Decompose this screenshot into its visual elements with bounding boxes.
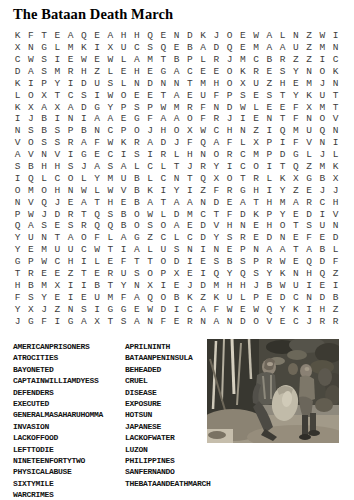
grid-cell[interactable]: R — [64, 208, 77, 220]
grid-cell[interactable]: I — [64, 78, 77, 90]
grid-cell[interactable]: Z — [289, 54, 302, 66]
grid-cell[interactable]: M — [104, 173, 117, 185]
grid-cell[interactable]: B — [316, 173, 329, 185]
grid-cell[interactable]: F — [144, 113, 157, 125]
grid-cell[interactable]: I — [316, 54, 329, 66]
grid-cell[interactable]: T — [104, 280, 117, 292]
grid-cell[interactable]: R — [223, 149, 236, 161]
grid-cell[interactable]: W — [104, 89, 117, 101]
grid-cell[interactable]: Z — [144, 232, 157, 244]
grid-cell[interactable]: I — [77, 113, 90, 125]
grid-cell[interactable]: H — [130, 66, 143, 78]
grid-cell[interactable]: A — [170, 196, 183, 208]
grid-cell[interactable]: F — [117, 256, 130, 268]
grid-cell[interactable]: O — [223, 78, 236, 90]
grid-cell[interactable]: A — [183, 196, 196, 208]
grid-cell[interactable]: Y — [276, 185, 289, 197]
grid-cell[interactable]: S — [38, 54, 51, 66]
grid-cell[interactable]: I — [77, 280, 90, 292]
grid-cell[interactable]: C — [51, 256, 64, 268]
grid-cell[interactable]: F — [91, 232, 104, 244]
grid-cell[interactable]: F — [223, 208, 236, 220]
grid-cell[interactable]: L — [170, 149, 183, 161]
grid-cell[interactable]: L — [157, 161, 170, 173]
grid-cell[interactable]: D — [144, 78, 157, 90]
grid-cell[interactable]: M — [38, 280, 51, 292]
grid-cell[interactable]: F — [197, 113, 210, 125]
grid-cell[interactable]: N — [38, 232, 51, 244]
grid-cell[interactable]: S — [276, 66, 289, 78]
grid-cell[interactable]: O — [316, 113, 329, 125]
grid-cell[interactable]: V — [210, 220, 223, 232]
grid-cell[interactable]: A — [289, 196, 302, 208]
grid-cell[interactable]: A — [91, 113, 104, 125]
grid-cell[interactable]: D — [263, 232, 276, 244]
grid-cell[interactable]: A — [91, 161, 104, 173]
grid-cell[interactable]: H — [11, 280, 24, 292]
grid-cell[interactable]: D — [210, 196, 223, 208]
grid-cell[interactable]: S — [104, 78, 117, 90]
grid-cell[interactable]: K — [250, 208, 263, 220]
grid-cell[interactable]: M — [316, 101, 329, 113]
grid-cell[interactable]: T — [130, 256, 143, 268]
grid-cell[interactable]: J — [223, 54, 236, 66]
grid-cell[interactable]: P — [223, 89, 236, 101]
grid-cell[interactable]: N — [11, 196, 24, 208]
grid-cell[interactable]: J — [51, 196, 64, 208]
grid-cell[interactable]: R — [104, 268, 117, 280]
grid-cell[interactable]: O — [223, 173, 236, 185]
grid-cell[interactable]: U — [316, 220, 329, 232]
grid-cell[interactable]: O — [64, 173, 77, 185]
grid-cell[interactable]: L — [104, 232, 117, 244]
grid-cell[interactable]: G — [24, 315, 37, 327]
grid-cell[interactable]: S — [38, 220, 51, 232]
grid-cell[interactable]: O — [11, 185, 24, 197]
grid-cell[interactable]: M — [144, 54, 157, 66]
grid-cell[interactable]: N — [64, 185, 77, 197]
grid-cell[interactable]: A — [24, 66, 37, 78]
grid-cell[interactable]: Y — [223, 268, 236, 280]
grid-cell[interactable]: D — [236, 315, 249, 327]
grid-cell[interactable]: S — [51, 137, 64, 149]
grid-cell[interactable]: E — [183, 268, 196, 280]
grid-cell[interactable]: I — [263, 185, 276, 197]
grid-cell[interactable]: I — [183, 256, 196, 268]
grid-cell[interactable]: W — [197, 125, 210, 137]
grid-cell[interactable]: Q — [276, 125, 289, 137]
grid-cell[interactable]: H — [223, 280, 236, 292]
grid-cell[interactable]: F — [289, 113, 302, 125]
grid-cell[interactable]: H — [223, 220, 236, 232]
grid-cell[interactable]: E — [289, 208, 302, 220]
grid-cell[interactable]: W — [77, 185, 90, 197]
grid-cell[interactable]: J — [210, 30, 223, 42]
grid-cell[interactable]: E — [24, 244, 37, 256]
grid-cell[interactable]: I — [51, 54, 64, 66]
grid-cell[interactable]: R — [64, 66, 77, 78]
grid-cell[interactable]: R — [303, 196, 316, 208]
grid-cell[interactable]: Q — [210, 268, 223, 280]
grid-cell[interactable]: E — [51, 30, 64, 42]
grid-cell[interactable]: W — [24, 208, 37, 220]
grid-cell[interactable]: B — [263, 280, 276, 292]
grid-cell[interactable]: R — [210, 113, 223, 125]
grid-cell[interactable]: Y — [11, 244, 24, 256]
grid-cell[interactable]: X — [210, 173, 223, 185]
grid-cell[interactable]: W — [250, 30, 263, 42]
grid-cell[interactable]: Q — [197, 137, 210, 149]
grid-cell[interactable]: E — [144, 89, 157, 101]
grid-cell[interactable]: S — [263, 89, 276, 101]
grid-cell[interactable]: N — [329, 42, 342, 54]
grid-cell[interactable]: B — [38, 125, 51, 137]
grid-cell[interactable]: E — [183, 220, 196, 232]
grid-cell[interactable]: Y — [51, 78, 64, 90]
grid-cell[interactable]: C — [236, 149, 249, 161]
grid-cell[interactable]: T — [104, 244, 117, 256]
grid-cell[interactable]: L — [250, 101, 263, 113]
grid-cell[interactable]: U — [316, 89, 329, 101]
grid-cell[interactable]: R — [64, 137, 77, 149]
grid-cell[interactable]: E — [51, 292, 64, 304]
grid-cell[interactable]: Q — [197, 173, 210, 185]
grid-cell[interactable]: V — [263, 315, 276, 327]
grid-cell[interactable]: H — [263, 196, 276, 208]
grid-cell[interactable]: C — [183, 232, 196, 244]
grid-cell[interactable]: L — [329, 244, 342, 256]
grid-cell[interactable]: H — [250, 185, 263, 197]
grid-cell[interactable]: H — [104, 196, 117, 208]
grid-cell[interactable]: P — [263, 137, 276, 149]
grid-cell[interactable]: P — [250, 292, 263, 304]
grid-cell[interactable]: Z — [91, 66, 104, 78]
grid-cell[interactable]: M — [104, 292, 117, 304]
grid-cell[interactable]: N — [24, 42, 37, 54]
grid-cell[interactable]: Z — [329, 268, 342, 280]
grid-cell[interactable]: N — [130, 280, 143, 292]
grid-cell[interactable]: E — [289, 232, 302, 244]
grid-cell[interactable]: V — [117, 185, 130, 197]
grid-cell[interactable]: G — [236, 185, 249, 197]
grid-cell[interactable]: Q — [104, 220, 117, 232]
grid-cell[interactable]: I — [223, 161, 236, 173]
grid-cell[interactable]: E — [51, 268, 64, 280]
grid-cell[interactable]: S — [236, 89, 249, 101]
grid-cell[interactable]: M — [316, 42, 329, 54]
grid-cell[interactable]: E — [117, 66, 130, 78]
grid-cell[interactable]: H — [276, 78, 289, 90]
grid-cell[interactable]: O — [223, 66, 236, 78]
grid-cell[interactable]: E — [170, 42, 183, 54]
grid-cell[interactable]: H — [223, 125, 236, 137]
grid-cell[interactable]: I — [64, 280, 77, 292]
grid-cell[interactable]: E — [91, 149, 104, 161]
grid-cell[interactable]: N — [170, 30, 183, 42]
grid-cell[interactable]: Z — [197, 292, 210, 304]
grid-cell[interactable]: F — [183, 137, 196, 149]
grid-cell[interactable]: M — [289, 125, 302, 137]
grid-cell[interactable]: I — [91, 89, 104, 101]
grid-cell[interactable]: R — [276, 54, 289, 66]
grid-cell[interactable]: O — [117, 89, 130, 101]
grid-cell[interactable]: Z — [64, 268, 77, 280]
grid-cell[interactable]: T — [276, 161, 289, 173]
grid-cell[interactable]: Q — [24, 173, 37, 185]
grid-cell[interactable]: L — [104, 66, 117, 78]
grid-cell[interactable]: I — [51, 315, 64, 327]
grid-cell[interactable]: D — [197, 280, 210, 292]
grid-cell[interactable]: E — [117, 196, 130, 208]
grid-cell[interactable]: Q — [91, 220, 104, 232]
grid-cell[interactable]: K — [276, 173, 289, 185]
grid-cell[interactable]: A — [263, 244, 276, 256]
grid-cell[interactable]: E — [130, 303, 143, 315]
grid-cell[interactable]: Y — [276, 208, 289, 220]
grid-cell[interactable]: E — [210, 66, 223, 78]
grid-cell[interactable]: N — [329, 78, 342, 90]
grid-cell[interactable]: B — [170, 54, 183, 66]
grid-cell[interactable]: X — [289, 173, 302, 185]
grid-cell[interactable]: X — [51, 101, 64, 113]
grid-cell[interactable]: E — [316, 280, 329, 292]
grid-cell[interactable]: D — [157, 303, 170, 315]
grid-cell[interactable]: O — [24, 137, 37, 149]
grid-cell[interactable]: U — [117, 268, 130, 280]
grid-cell[interactable]: E — [276, 315, 289, 327]
grid-cell[interactable]: O — [183, 113, 196, 125]
grid-cell[interactable]: B — [24, 280, 37, 292]
grid-cell[interactable]: X — [329, 173, 342, 185]
grid-cell[interactable]: S — [11, 161, 24, 173]
grid-cell[interactable]: U — [51, 244, 64, 256]
grid-cell[interactable]: K — [329, 161, 342, 173]
grid-cell[interactable]: W — [91, 244, 104, 256]
grid-cell[interactable]: A — [130, 292, 143, 304]
grid-cell[interactable]: A — [104, 113, 117, 125]
grid-cell[interactable]: C — [77, 244, 90, 256]
grid-cell[interactable]: D — [236, 208, 249, 220]
grid-cell[interactable]: I — [64, 292, 77, 304]
grid-cell[interactable]: K — [11, 30, 24, 42]
grid-cell[interactable]: A — [104, 30, 117, 42]
grid-cell[interactable]: U — [157, 244, 170, 256]
grid-cell[interactable]: M — [236, 54, 249, 66]
grid-cell[interactable]: Y — [117, 280, 130, 292]
grid-cell[interactable]: E — [64, 196, 77, 208]
grid-cell[interactable]: C — [64, 89, 77, 101]
grid-cell[interactable]: U — [303, 125, 316, 137]
grid-cell[interactable]: C — [316, 196, 329, 208]
grid-cell[interactable]: C — [51, 173, 64, 185]
grid-cell[interactable]: A — [144, 196, 157, 208]
grid-cell[interactable]: E — [51, 220, 64, 232]
grid-cell[interactable]: W — [276, 280, 289, 292]
grid-cell[interactable]: O — [170, 125, 183, 137]
grid-cell[interactable]: L — [157, 208, 170, 220]
grid-cell[interactable]: N — [289, 268, 302, 280]
grid-cell[interactable]: A — [64, 232, 77, 244]
grid-cell[interactable]: U — [64, 244, 77, 256]
grid-cell[interactable]: A — [144, 137, 157, 149]
grid-cell[interactable]: S — [236, 256, 249, 268]
grid-cell[interactable]: A — [24, 220, 37, 232]
grid-cell[interactable]: E — [303, 185, 316, 197]
grid-cell[interactable]: D — [51, 208, 64, 220]
grid-cell[interactable]: D — [223, 101, 236, 113]
grid-cell[interactable]: X — [24, 101, 37, 113]
grid-cell[interactable]: X — [91, 315, 104, 327]
grid-cell[interactable]: S — [144, 220, 157, 232]
grid-cell[interactable]: I — [144, 149, 157, 161]
grid-cell[interactable]: S — [303, 220, 316, 232]
grid-cell[interactable]: M — [276, 196, 289, 208]
grid-cell[interactable]: J — [316, 149, 329, 161]
grid-cell[interactable]: L — [236, 137, 249, 149]
grid-cell[interactable]: Z — [303, 30, 316, 42]
grid-cell[interactable]: B — [117, 220, 130, 232]
grid-cell[interactable]: F — [289, 137, 302, 149]
grid-cell[interactable]: J — [316, 185, 329, 197]
grid-cell[interactable]: A — [117, 161, 130, 173]
grid-cell[interactable]: I — [11, 173, 24, 185]
grid-cell[interactable]: V — [303, 137, 316, 149]
grid-cell[interactable]: U — [289, 42, 302, 54]
grid-cell[interactable]: L — [11, 89, 24, 101]
grid-cell[interactable]: L — [130, 161, 143, 173]
grid-cell[interactable]: S — [144, 42, 157, 54]
grid-cell[interactable]: N — [329, 220, 342, 232]
grid-cell[interactable]: O — [250, 315, 263, 327]
grid-cell[interactable]: H — [183, 149, 196, 161]
grid-cell[interactable]: J — [183, 161, 196, 173]
grid-cell[interactable]: K — [289, 303, 302, 315]
grid-cell[interactable]: Z — [289, 185, 302, 197]
grid-cell[interactable]: R — [77, 220, 90, 232]
grid-cell[interactable]: N — [210, 101, 223, 113]
grid-cell[interactable]: I — [91, 303, 104, 315]
grid-cell[interactable]: N — [38, 149, 51, 161]
grid-cell[interactable]: Q — [263, 303, 276, 315]
grid-cell[interactable]: Y — [11, 232, 24, 244]
grid-cell[interactable]: H — [210, 78, 223, 90]
grid-cell[interactable]: E — [289, 256, 302, 268]
grid-cell[interactable]: D — [329, 232, 342, 244]
grid-cell[interactable]: N — [170, 78, 183, 90]
grid-cell[interactable]: U — [223, 292, 236, 304]
grid-cell[interactable]: K — [197, 30, 210, 42]
grid-cell[interactable]: H — [157, 125, 170, 137]
grid-cell[interactable]: L — [197, 54, 210, 66]
grid-cell[interactable]: X — [250, 137, 263, 149]
grid-cell[interactable]: U — [250, 78, 263, 90]
grid-cell[interactable]: G — [289, 149, 302, 161]
grid-cell[interactable]: C — [250, 54, 263, 66]
grid-cell[interactable]: P — [24, 256, 37, 268]
grid-cell[interactable]: D — [77, 101, 90, 113]
grid-cell[interactable]: M — [303, 78, 316, 90]
grid-cell[interactable]: B — [130, 173, 143, 185]
grid-cell[interactable]: P — [64, 125, 77, 137]
grid-cell[interactable]: G — [77, 149, 90, 161]
grid-cell[interactable]: O — [144, 268, 157, 280]
grid-cell[interactable]: T — [104, 315, 117, 327]
grid-cell[interactable]: N — [276, 232, 289, 244]
grid-cell[interactable]: D — [210, 42, 223, 54]
grid-cell[interactable]: W — [104, 54, 117, 66]
grid-cell[interactable]: E — [236, 42, 249, 54]
grid-cell[interactable]: X — [170, 268, 183, 280]
grid-cell[interactable]: T — [250, 196, 263, 208]
grid-cell[interactable]: I — [263, 161, 276, 173]
grid-cell[interactable]: O — [77, 232, 90, 244]
grid-cell[interactable]: K — [117, 137, 130, 149]
grid-cell[interactable]: E — [91, 54, 104, 66]
grid-cell[interactable]: F — [329, 256, 342, 268]
grid-cell[interactable]: Z — [263, 78, 276, 90]
grid-cell[interactable]: K — [77, 42, 90, 54]
grid-cell[interactable]: H — [316, 303, 329, 315]
grid-cell[interactable]: P — [263, 149, 276, 161]
grid-cell[interactable]: K — [11, 101, 24, 113]
grid-cell[interactable]: N — [236, 220, 249, 232]
grid-cell[interactable]: A — [170, 220, 183, 232]
grid-cell[interactable]: Q — [316, 125, 329, 137]
grid-cell[interactable]: D — [157, 137, 170, 149]
grid-cell[interactable]: C — [289, 315, 302, 327]
grid-cell[interactable]: C — [104, 149, 117, 161]
grid-cell[interactable]: P — [236, 244, 249, 256]
grid-cell[interactable]: C — [130, 42, 143, 54]
grid-cell[interactable]: D — [170, 256, 183, 268]
grid-cell[interactable]: M — [250, 149, 263, 161]
grid-cell[interactable]: W — [104, 185, 117, 197]
grid-cell[interactable]: Q — [11, 220, 24, 232]
grid-cell[interactable]: E — [77, 292, 90, 304]
grid-cell[interactable]: T — [157, 54, 170, 66]
grid-cell[interactable]: W — [223, 303, 236, 315]
grid-cell[interactable]: A — [210, 315, 223, 327]
grid-cell[interactable]: S — [130, 149, 143, 161]
grid-cell[interactable]: F — [24, 30, 37, 42]
grid-cell[interactable]: D — [316, 256, 329, 268]
grid-cell[interactable]: S — [130, 101, 143, 113]
grid-cell[interactable]: H — [303, 268, 316, 280]
grid-cell[interactable]: W — [77, 54, 90, 66]
grid-cell[interactable]: X — [24, 303, 37, 315]
grid-cell[interactable]: L — [329, 149, 342, 161]
grid-cell[interactable]: O — [210, 149, 223, 161]
grid-cell[interactable]: C — [210, 125, 223, 137]
grid-cell[interactable]: T — [329, 89, 342, 101]
grid-cell[interactable]: A — [276, 244, 289, 256]
grid-cell[interactable]: E — [91, 30, 104, 42]
grid-cell[interactable]: B — [38, 113, 51, 125]
grid-cell[interactable]: B — [263, 54, 276, 66]
grid-cell[interactable]: Q — [289, 161, 302, 173]
grid-cell[interactable]: Q — [144, 292, 157, 304]
grid-cell[interactable]: I — [77, 256, 90, 268]
grid-cell[interactable]: E — [64, 54, 77, 66]
grid-cell[interactable]: I — [157, 185, 170, 197]
grid-cell[interactable]: J — [250, 280, 263, 292]
grid-cell[interactable]: F — [223, 137, 236, 149]
grid-cell[interactable]: N — [289, 30, 302, 42]
grid-cell[interactable]: J — [303, 315, 316, 327]
grid-cell[interactable]: I — [329, 137, 342, 149]
grid-cell[interactable]: F — [157, 315, 170, 327]
grid-cell[interactable]: W — [144, 303, 157, 315]
